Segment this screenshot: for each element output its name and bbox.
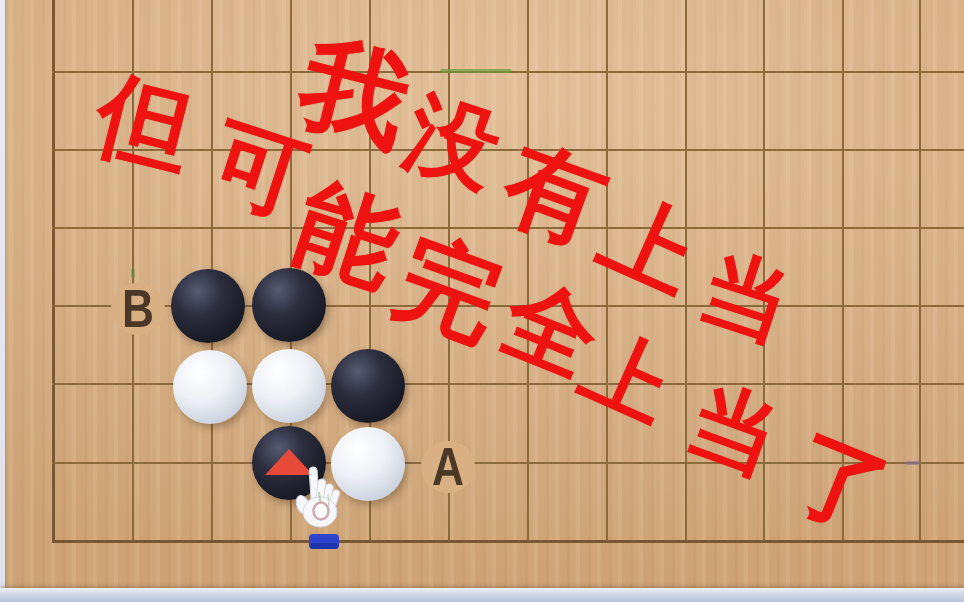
video-compression-artifact [905,461,920,465]
hand-glove-graphic [293,464,349,554]
video-compression-artifact [440,69,512,73]
grid-hline [52,540,964,543]
photo-left-edge-strip [0,0,5,602]
black-stone[interactable] [171,269,245,343]
white-stone[interactable] [173,350,247,424]
point-label-a: A [432,439,464,493]
black-stone[interactable] [331,349,405,423]
hand-cuff [309,534,339,549]
tap-hand-cursor-icon[interactable] [293,464,349,558]
point-label-b: B [122,281,154,335]
table-edge-strip [0,588,964,602]
white-stone[interactable] [252,349,326,423]
grid-hline [52,149,964,151]
video-compression-artifact [131,268,135,278]
video-frame: BA 我没有上当但可能完全上当了 [0,0,964,602]
